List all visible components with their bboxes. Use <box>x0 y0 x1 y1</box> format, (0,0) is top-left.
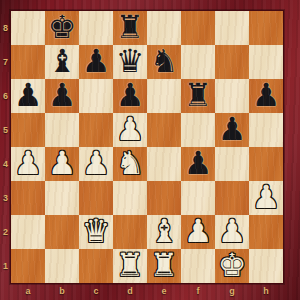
square-c2[interactable]: ♛ <box>79 215 113 249</box>
square-c1[interactable] <box>79 249 113 283</box>
piece-black-pawn[interactable]: ♟ <box>11 78 45 112</box>
rank-label-5: 5 <box>0 113 11 147</box>
rank-label-4: 4 <box>0 147 11 181</box>
square-b5[interactable] <box>45 113 79 147</box>
square-e5[interactable] <box>147 113 181 147</box>
file-label-a: a <box>11 283 45 300</box>
piece-black-pawn[interactable]: ♟ <box>79 44 113 78</box>
piece-black-knight[interactable]: ♞ <box>147 44 181 78</box>
square-h2[interactable] <box>249 215 283 249</box>
piece-white-rook[interactable]: ♜ <box>147 248 181 282</box>
piece-black-king[interactable]: ♚ <box>45 10 79 44</box>
square-c8[interactable] <box>79 11 113 45</box>
square-g6[interactable] <box>215 79 249 113</box>
file-label-c: c <box>79 283 113 300</box>
square-a5[interactable] <box>11 113 45 147</box>
square-e7[interactable]: ♞ <box>147 45 181 79</box>
square-g5[interactable]: ♟ <box>215 113 249 147</box>
square-a1[interactable] <box>11 249 45 283</box>
square-d8[interactable]: ♜ <box>113 11 147 45</box>
piece-white-pawn[interactable]: ♟ <box>113 112 147 146</box>
square-b3[interactable] <box>45 181 79 215</box>
piece-black-queen[interactable]: ♛ <box>113 44 147 78</box>
chess-board: ♚♜♝♟♛♞♟♟♟♜♟♟♟♟♟♟♞♟♟♛♝♟♟♜♜♚ <box>11 11 283 283</box>
square-h3[interactable]: ♟ <box>249 181 283 215</box>
square-d4[interactable]: ♞ <box>113 147 147 181</box>
square-c6[interactable] <box>79 79 113 113</box>
square-f8[interactable] <box>181 11 215 45</box>
square-h4[interactable] <box>249 147 283 181</box>
piece-black-rook[interactable]: ♜ <box>113 10 147 44</box>
piece-black-pawn[interactable]: ♟ <box>181 146 215 180</box>
square-b7[interactable]: ♝ <box>45 45 79 79</box>
square-g4[interactable] <box>215 147 249 181</box>
square-g2[interactable]: ♟ <box>215 215 249 249</box>
square-e4[interactable] <box>147 147 181 181</box>
square-e8[interactable] <box>147 11 181 45</box>
piece-white-rook[interactable]: ♜ <box>113 248 147 282</box>
file-label-d: d <box>113 283 147 300</box>
file-label-h: h <box>249 283 283 300</box>
piece-black-pawn[interactable]: ♟ <box>45 78 79 112</box>
square-b6[interactable]: ♟ <box>45 79 79 113</box>
square-e3[interactable] <box>147 181 181 215</box>
square-a2[interactable] <box>11 215 45 249</box>
square-e6[interactable] <box>147 79 181 113</box>
file-label-f: f <box>181 283 215 300</box>
rank-label-2: 2 <box>0 215 11 249</box>
piece-white-pawn[interactable]: ♟ <box>45 146 79 180</box>
piece-white-pawn[interactable]: ♟ <box>249 180 283 214</box>
piece-white-knight[interactable]: ♞ <box>113 146 147 180</box>
square-g1[interactable]: ♚ <box>215 249 249 283</box>
square-h1[interactable] <box>249 249 283 283</box>
square-e2[interactable]: ♝ <box>147 215 181 249</box>
square-f6[interactable]: ♜ <box>181 79 215 113</box>
piece-black-rook[interactable]: ♜ <box>181 78 215 112</box>
square-d7[interactable]: ♛ <box>113 45 147 79</box>
square-c7[interactable]: ♟ <box>79 45 113 79</box>
square-g3[interactable] <box>215 181 249 215</box>
square-a4[interactable]: ♟ <box>11 147 45 181</box>
square-a7[interactable] <box>11 45 45 79</box>
chess-board-frame: 87654321 abcdefgh ♚♜♝♟♛♞♟♟♟♜♟♟♟♟♟♟♞♟♟♛♝♟… <box>0 0 300 300</box>
square-c5[interactable] <box>79 113 113 147</box>
square-d6[interactable]: ♟ <box>113 79 147 113</box>
square-f5[interactable] <box>181 113 215 147</box>
piece-white-pawn[interactable]: ♟ <box>181 214 215 248</box>
piece-white-pawn[interactable]: ♟ <box>11 146 45 180</box>
square-h7[interactable] <box>249 45 283 79</box>
rank-label-1: 1 <box>0 249 11 283</box>
piece-white-king[interactable]: ♚ <box>215 248 249 282</box>
square-b2[interactable] <box>45 215 79 249</box>
rank-label-8: 8 <box>0 11 11 45</box>
piece-white-queen[interactable]: ♛ <box>79 214 113 248</box>
file-label-e: e <box>147 283 181 300</box>
square-a3[interactable] <box>11 181 45 215</box>
square-f4[interactable]: ♟ <box>181 147 215 181</box>
rank-label-7: 7 <box>0 45 11 79</box>
piece-black-bishop[interactable]: ♝ <box>45 44 79 78</box>
square-b1[interactable] <box>45 249 79 283</box>
piece-white-pawn[interactable]: ♟ <box>215 214 249 248</box>
square-e1[interactable]: ♜ <box>147 249 181 283</box>
file-label-b: b <box>45 283 79 300</box>
square-h8[interactable] <box>249 11 283 45</box>
piece-black-pawn[interactable]: ♟ <box>113 78 147 112</box>
square-f3[interactable] <box>181 181 215 215</box>
piece-white-pawn[interactable]: ♟ <box>79 146 113 180</box>
file-label-g: g <box>215 283 249 300</box>
rank-label-6: 6 <box>0 79 11 113</box>
piece-black-pawn[interactable]: ♟ <box>249 78 283 112</box>
square-d3[interactable] <box>113 181 147 215</box>
square-g8[interactable] <box>215 11 249 45</box>
rank-label-3: 3 <box>0 181 11 215</box>
piece-white-bishop[interactable]: ♝ <box>147 214 181 248</box>
square-f2[interactable]: ♟ <box>181 215 215 249</box>
square-h5[interactable] <box>249 113 283 147</box>
square-d5[interactable]: ♟ <box>113 113 147 147</box>
square-b8[interactable]: ♚ <box>45 11 79 45</box>
square-f1[interactable] <box>181 249 215 283</box>
square-d1[interactable]: ♜ <box>113 249 147 283</box>
square-h6[interactable]: ♟ <box>249 79 283 113</box>
square-a8[interactable] <box>11 11 45 45</box>
square-d2[interactable] <box>113 215 147 249</box>
square-c3[interactable] <box>79 181 113 215</box>
square-a6[interactable]: ♟ <box>11 79 45 113</box>
square-b4[interactable]: ♟ <box>45 147 79 181</box>
piece-black-pawn[interactable]: ♟ <box>215 112 249 146</box>
square-g7[interactable] <box>215 45 249 79</box>
square-f7[interactable] <box>181 45 215 79</box>
square-c4[interactable]: ♟ <box>79 147 113 181</box>
